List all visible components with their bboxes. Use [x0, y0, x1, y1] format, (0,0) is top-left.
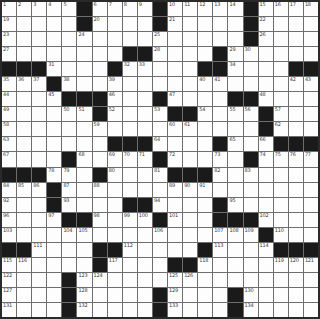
cell-r21c8[interactable]	[108, 303, 122, 317]
cell-r20c13[interactable]	[183, 288, 197, 302]
cell-r18c14[interactable]: 118	[198, 258, 212, 272]
cell-r18c6[interactable]	[77, 258, 91, 272]
cell-r8c14[interactable]: 54	[198, 107, 212, 121]
cell-r8c4[interactable]	[47, 107, 61, 121]
cell-r19c3[interactable]	[32, 273, 46, 287]
cell-r17c6[interactable]	[77, 243, 91, 257]
cell-r3c15[interactable]	[213, 32, 227, 46]
cell-r18c21[interactable]: 121	[304, 258, 318, 272]
cell-r7c4[interactable]: 45	[47, 92, 61, 106]
cell-r2c20[interactable]	[289, 17, 303, 31]
cell-r20c2[interactable]	[17, 288, 31, 302]
cell-r13c18[interactable]	[259, 183, 273, 197]
cell-r2c10[interactable]	[138, 17, 152, 31]
cell-r11c2[interactable]	[17, 152, 31, 166]
cell-r12c8[interactable]: 80	[108, 168, 122, 182]
cell-r9c4[interactable]	[47, 122, 61, 136]
cell-r21c9[interactable]	[123, 303, 137, 317]
cell-r16c7[interactable]	[93, 228, 107, 242]
cell-r21c6[interactable]: 132	[77, 303, 91, 317]
cell-r4c14[interactable]	[198, 47, 212, 61]
cell-r12c21[interactable]	[304, 168, 318, 182]
cell-r9c6[interactable]	[77, 122, 91, 136]
cell-r12c16[interactable]	[228, 168, 242, 182]
cell-r12c17[interactable]: 83	[244, 168, 258, 182]
cell-r15c7[interactable]: 98	[93, 213, 107, 227]
cell-r5c7[interactable]	[93, 62, 107, 76]
cell-r15c20[interactable]	[289, 213, 303, 227]
cell-r14c3[interactable]	[32, 198, 46, 212]
cell-r8c16[interactable]: 55	[228, 107, 242, 121]
cell-r14c17[interactable]	[244, 198, 258, 212]
cell-r17c4[interactable]	[47, 243, 61, 257]
cell-r13c3[interactable]: 86	[32, 183, 46, 197]
cell-r20c19[interactable]	[274, 288, 288, 302]
cell-r17c5[interactable]	[62, 243, 76, 257]
cell-r3c4[interactable]	[47, 32, 61, 46]
cell-r10c2[interactable]	[17, 137, 31, 151]
cell-r16c1[interactable]: 103	[2, 228, 16, 242]
cell-r11c1[interactable]: 67	[2, 152, 16, 166]
cell-r12c15[interactable]: 82	[213, 168, 227, 182]
cell-r6c12[interactable]	[168, 77, 182, 91]
cell-r7c20[interactable]	[289, 92, 303, 106]
cell-r3c7[interactable]	[93, 32, 107, 46]
cell-r4c18[interactable]	[259, 47, 273, 61]
cell-r3c2[interactable]	[17, 32, 31, 46]
cell-r6c11[interactable]	[153, 77, 167, 91]
cell-r3c16[interactable]	[228, 32, 242, 46]
cell-r3c5[interactable]	[62, 32, 76, 46]
cell-r21c15[interactable]	[213, 303, 227, 317]
cell-r1c14[interactable]: 12	[198, 2, 212, 16]
cell-r11c10[interactable]: 71	[138, 152, 152, 166]
cell-r11c4[interactable]	[47, 152, 61, 166]
cell-r7c1[interactable]: 44	[2, 92, 16, 106]
cell-r3c12[interactable]	[168, 32, 182, 46]
cell-r9c8[interactable]	[108, 122, 122, 136]
cell-r14c12[interactable]	[168, 198, 182, 212]
cell-r20c3[interactable]	[32, 288, 46, 302]
cell-r16c10[interactable]	[138, 228, 152, 242]
cell-r8c11[interactable]: 53	[153, 107, 167, 121]
cell-r6c8[interactable]: 39	[108, 77, 122, 91]
cell-r10c6[interactable]	[77, 137, 91, 151]
cell-r18c16[interactable]	[228, 258, 242, 272]
cell-r4c20[interactable]	[289, 47, 303, 61]
cell-r7c14[interactable]	[198, 92, 212, 106]
cell-r1c8[interactable]: 7	[108, 2, 122, 16]
cell-r1c4[interactable]: 4	[47, 2, 61, 16]
cell-r14c13[interactable]	[183, 198, 197, 212]
cell-r16c5[interactable]: 104	[62, 228, 76, 242]
cell-r13c9[interactable]	[123, 183, 137, 197]
cell-r17c3[interactable]: 111	[32, 243, 46, 257]
cell-r16c20[interactable]	[289, 228, 303, 242]
cell-r4c21[interactable]	[304, 47, 318, 61]
cell-r6c3[interactable]: 37	[32, 77, 46, 91]
cell-r14c14[interactable]	[198, 198, 212, 212]
cell-r2c7[interactable]: 20	[93, 17, 107, 31]
cell-r3c11[interactable]: 25	[153, 32, 167, 46]
cell-r12c18[interactable]	[259, 168, 273, 182]
cell-r20c1[interactable]: 127	[2, 288, 16, 302]
cell-r7c10[interactable]	[138, 92, 152, 106]
cell-r10c3[interactable]	[32, 137, 46, 151]
cell-r7c18[interactable]: 48	[259, 92, 273, 106]
cell-r17c9[interactable]: 112	[123, 243, 137, 257]
cell-r15c1[interactable]: 96	[2, 213, 16, 227]
cell-r4c11[interactable]: 28	[153, 47, 167, 61]
cell-r19c15[interactable]	[213, 273, 227, 287]
cell-r6c5[interactable]: 38	[62, 77, 76, 91]
cell-r18c3[interactable]	[32, 258, 46, 272]
cell-r1c12[interactable]: 10	[168, 2, 182, 16]
cell-r6c10[interactable]	[138, 77, 152, 91]
cell-r19c14[interactable]	[198, 273, 212, 287]
cell-r19c9[interactable]	[123, 273, 137, 287]
cell-r6c14[interactable]: 40	[198, 77, 212, 91]
cell-r12c19[interactable]	[274, 168, 288, 182]
cell-r16c13[interactable]	[183, 228, 197, 242]
cell-r15c13[interactable]	[183, 213, 197, 227]
cell-r3c13[interactable]	[183, 32, 197, 46]
cell-r9c7[interactable]: 59	[93, 122, 107, 136]
cell-r7c13[interactable]	[183, 92, 197, 106]
cell-r16c6[interactable]: 105	[77, 228, 91, 242]
cell-r2c2[interactable]	[17, 17, 31, 31]
cell-r11c18[interactable]: 74	[259, 152, 273, 166]
cell-r4c17[interactable]: 30	[244, 47, 258, 61]
cell-r4c4[interactable]	[47, 47, 61, 61]
cell-r2c5[interactable]	[62, 17, 76, 31]
cell-r14c6[interactable]	[77, 198, 91, 212]
cell-r20c18[interactable]	[259, 288, 273, 302]
cell-r14c18[interactable]	[259, 198, 273, 212]
cell-r13c19[interactable]	[274, 183, 288, 197]
cell-r6c21[interactable]: 43	[304, 77, 318, 91]
cell-r10c1[interactable]: 63	[2, 137, 16, 151]
cell-r12c4[interactable]: 78	[47, 168, 61, 182]
cell-r14c20[interactable]	[289, 198, 303, 212]
cell-r12c10[interactable]	[138, 168, 152, 182]
cell-r20c21[interactable]	[304, 288, 318, 302]
cell-r18c18[interactable]	[259, 258, 273, 272]
cell-r15c19[interactable]	[274, 213, 288, 227]
cell-r17c12[interactable]	[168, 243, 182, 257]
cell-r3c20[interactable]	[289, 32, 303, 46]
cell-r9c10[interactable]	[138, 122, 152, 136]
cell-r13c2[interactable]: 85	[17, 183, 31, 197]
cell-r14c16[interactable]: 95	[228, 198, 242, 212]
cell-r11c20[interactable]: 76	[289, 152, 303, 166]
cell-r6c7[interactable]	[93, 77, 107, 91]
cell-r16c12[interactable]	[168, 228, 182, 242]
cell-r16c9[interactable]	[123, 228, 137, 242]
cell-r13c8[interactable]	[108, 183, 122, 197]
cell-r21c7[interactable]	[93, 303, 107, 317]
cell-r14c8[interactable]	[108, 198, 122, 212]
cell-r19c18[interactable]	[259, 273, 273, 287]
cell-r19c11[interactable]	[153, 273, 167, 287]
cell-r7c2[interactable]	[17, 92, 31, 106]
cell-r12c6[interactable]	[77, 168, 91, 182]
cell-r11c3[interactable]	[32, 152, 46, 166]
cell-r9c15[interactable]	[213, 122, 227, 136]
cell-r9c9[interactable]	[123, 122, 137, 136]
cell-r1c10[interactable]: 9	[138, 2, 152, 16]
cell-r14c11[interactable]: 94	[153, 198, 167, 212]
cell-r20c7[interactable]	[93, 288, 107, 302]
cell-r13c15[interactable]	[213, 183, 227, 197]
cell-r8c19[interactable]: 57	[274, 107, 288, 121]
cell-r19c16[interactable]	[228, 273, 242, 287]
cell-r11c13[interactable]	[183, 152, 197, 166]
cell-r18c11[interactable]	[153, 258, 167, 272]
cell-r20c15[interactable]	[213, 288, 227, 302]
cell-r19c2[interactable]	[17, 273, 31, 287]
cell-r21c14[interactable]	[198, 303, 212, 317]
cell-r5c18[interactable]	[259, 62, 273, 76]
cell-r2c4[interactable]	[47, 17, 61, 31]
cell-r9c1[interactable]: 58	[2, 122, 16, 136]
cell-r11c21[interactable]: 77	[304, 152, 318, 166]
cell-r6c20[interactable]: 42	[289, 77, 303, 91]
cell-r20c14[interactable]	[198, 288, 212, 302]
cell-r5c13[interactable]	[183, 62, 197, 76]
cell-r1c2[interactable]: 2	[17, 2, 31, 16]
cell-r21c3[interactable]	[32, 303, 46, 317]
cell-r12c5[interactable]: 79	[62, 168, 76, 182]
cell-r13c12[interactable]: 89	[168, 183, 182, 197]
cell-r8c3[interactable]	[32, 107, 46, 121]
cell-r10c12[interactable]	[168, 137, 182, 151]
cell-r16c11[interactable]: 106	[153, 228, 167, 242]
cell-r8c6[interactable]: 51	[77, 107, 91, 121]
cell-r14c7[interactable]	[93, 198, 107, 212]
cell-r1c19[interactable]: 16	[274, 2, 288, 16]
cell-r15c8[interactable]	[108, 213, 122, 227]
cell-r18c9[interactable]	[123, 258, 137, 272]
cell-r1c5[interactable]: 5	[62, 2, 76, 16]
cell-r10c13[interactable]	[183, 137, 197, 151]
cell-r13c16[interactable]	[228, 183, 242, 197]
cell-r9c5[interactable]	[62, 122, 76, 136]
cell-r20c8[interactable]	[108, 288, 122, 302]
cell-r3c1[interactable]: 23	[2, 32, 16, 46]
cell-r4c3[interactable]	[32, 47, 46, 61]
cell-r19c13[interactable]: 126	[183, 273, 197, 287]
cell-r3c21[interactable]	[304, 32, 318, 46]
cell-r8c8[interactable]: 52	[108, 107, 122, 121]
cell-r4c8[interactable]	[108, 47, 122, 61]
cell-r15c10[interactable]: 100	[138, 213, 152, 227]
cell-r1c15[interactable]: 13	[213, 2, 227, 16]
cell-r3c6[interactable]: 24	[77, 32, 91, 46]
cell-r8c1[interactable]: 49	[2, 107, 16, 121]
cell-r20c12[interactable]: 129	[168, 288, 182, 302]
cell-r19c21[interactable]	[304, 273, 318, 287]
cell-r10c11[interactable]: 64	[153, 137, 167, 151]
cell-r7c8[interactable]: 46	[108, 92, 122, 106]
cell-r7c12[interactable]: 47	[168, 92, 182, 106]
cell-r13c5[interactable]: 87	[62, 183, 76, 197]
cell-r5c9[interactable]: 32	[123, 62, 137, 76]
cell-r11c9[interactable]: 70	[123, 152, 137, 166]
cell-r2c21[interactable]	[304, 17, 318, 31]
cell-r6c17[interactable]	[244, 77, 258, 91]
cell-r13c14[interactable]: 91	[198, 183, 212, 197]
cell-r8c2[interactable]	[17, 107, 31, 121]
cell-r20c9[interactable]	[123, 288, 137, 302]
cell-r1c1[interactable]: 1	[2, 2, 16, 16]
cell-r2c13[interactable]	[183, 17, 197, 31]
cell-r10c16[interactable]: 65	[228, 137, 242, 151]
cell-r17c10[interactable]	[138, 243, 152, 257]
cell-r11c8[interactable]: 69	[108, 152, 122, 166]
cell-r8c17[interactable]: 56	[244, 107, 258, 121]
cell-r16c17[interactable]: 109	[244, 228, 258, 242]
cell-r6c2[interactable]: 36	[17, 77, 31, 91]
cell-r9c13[interactable]: 61	[183, 122, 197, 136]
cell-r3c14[interactable]	[198, 32, 212, 46]
cell-r5c16[interactable]: 34	[228, 62, 242, 76]
cell-r11c16[interactable]	[228, 152, 242, 166]
cell-r11c19[interactable]: 75	[274, 152, 288, 166]
cell-r8c10[interactable]	[138, 107, 152, 121]
cell-r21c13[interactable]	[183, 303, 197, 317]
cell-r20c4[interactable]	[47, 288, 61, 302]
cell-r18c20[interactable]: 120	[289, 258, 303, 272]
cell-r19c19[interactable]	[274, 273, 288, 287]
cell-r18c19[interactable]: 119	[274, 258, 288, 272]
cell-r4c13[interactable]	[183, 47, 197, 61]
cell-r5c4[interactable]: 31	[47, 62, 61, 76]
cell-r16c19[interactable]: 110	[274, 228, 288, 242]
cell-r8c15[interactable]	[213, 107, 227, 121]
cell-r13c7[interactable]: 88	[93, 183, 107, 197]
cell-r1c3[interactable]: 3	[32, 2, 46, 16]
cell-r6c18[interactable]	[259, 77, 273, 91]
cell-r8c21[interactable]	[304, 107, 318, 121]
cell-r17c18[interactable]: 114	[259, 243, 273, 257]
cell-r15c14[interactable]	[198, 213, 212, 227]
cell-r17c13[interactable]	[183, 243, 197, 257]
cell-r15c12[interactable]: 101	[168, 213, 182, 227]
cell-r6c15[interactable]: 41	[213, 77, 227, 91]
cell-r5c17[interactable]	[244, 62, 258, 76]
cell-r4c6[interactable]	[77, 47, 91, 61]
cell-r17c11[interactable]	[153, 243, 167, 257]
cell-r9c11[interactable]	[153, 122, 167, 136]
cell-r18c5[interactable]	[62, 258, 76, 272]
cell-r11c14[interactable]	[198, 152, 212, 166]
cell-r19c20[interactable]	[289, 273, 303, 287]
cell-r6c13[interactable]	[183, 77, 197, 91]
cell-r6c6[interactable]	[77, 77, 91, 91]
cell-r11c7[interactable]	[93, 152, 107, 166]
cell-r21c10[interactable]	[138, 303, 152, 317]
cell-r9c21[interactable]	[304, 122, 318, 136]
cell-r21c4[interactable]	[47, 303, 61, 317]
cell-r14c19[interactable]	[274, 198, 288, 212]
cell-r16c16[interactable]: 108	[228, 228, 242, 242]
cell-r13c1[interactable]: 84	[2, 183, 16, 197]
cell-r19c4[interactable]	[47, 273, 61, 287]
cell-r4c2[interactable]	[17, 47, 31, 61]
cell-r2c12[interactable]: 21	[168, 17, 182, 31]
cell-r2c9[interactable]	[123, 17, 137, 31]
cell-r7c3[interactable]	[32, 92, 46, 106]
cell-r8c9[interactable]	[123, 107, 137, 121]
cell-r9c19[interactable]: 62	[274, 122, 288, 136]
cell-r3c9[interactable]	[123, 32, 137, 46]
cell-r1c7[interactable]: 6	[93, 2, 107, 16]
cell-r5c12[interactable]	[168, 62, 182, 76]
cell-r10c5[interactable]	[62, 137, 76, 151]
cell-r2c1[interactable]: 19	[2, 17, 16, 31]
cell-r15c21[interactable]	[304, 213, 318, 227]
cell-r3c19[interactable]	[274, 32, 288, 46]
cell-r1c16[interactable]: 14	[228, 2, 242, 16]
cell-r7c15[interactable]	[213, 92, 227, 106]
cell-r13c10[interactable]	[138, 183, 152, 197]
cell-r21c2[interactable]	[17, 303, 31, 317]
cell-r9c12[interactable]: 60	[168, 122, 182, 136]
cell-r3c8[interactable]	[108, 32, 122, 46]
cell-r21c19[interactable]	[274, 303, 288, 317]
cell-r21c1[interactable]: 131	[2, 303, 16, 317]
cell-r9c20[interactable]	[289, 122, 303, 136]
cell-r10c14[interactable]	[198, 137, 212, 151]
cell-r20c17[interactable]: 130	[244, 288, 258, 302]
cell-r12c20[interactable]	[289, 168, 303, 182]
cell-r5c6[interactable]	[77, 62, 91, 76]
cell-r1c21[interactable]: 18	[304, 2, 318, 16]
cell-r3c10[interactable]	[138, 32, 152, 46]
cell-r4c1[interactable]: 27	[2, 47, 16, 61]
cell-r11c12[interactable]: 72	[168, 152, 182, 166]
cell-r3c18[interactable]: 26	[259, 32, 273, 46]
cell-r1c9[interactable]: 8	[123, 2, 137, 16]
cell-r7c9[interactable]	[123, 92, 137, 106]
cell-r21c18[interactable]	[259, 303, 273, 317]
cell-r19c10[interactable]	[138, 273, 152, 287]
cell-r14c2[interactable]	[17, 198, 31, 212]
cell-r19c7[interactable]: 124	[93, 273, 107, 287]
cell-r16c3[interactable]	[32, 228, 46, 242]
cell-r18c4[interactable]	[47, 258, 61, 272]
cell-r16c14[interactable]	[198, 228, 212, 242]
cell-r6c16[interactable]	[228, 77, 242, 91]
cell-r6c1[interactable]: 35	[2, 77, 16, 91]
cell-r5c10[interactable]: 33	[138, 62, 152, 76]
cell-r17c17[interactable]	[244, 243, 258, 257]
cell-r5c19[interactable]	[274, 62, 288, 76]
cell-r10c7[interactable]	[93, 137, 107, 151]
cell-r21c20[interactable]	[289, 303, 303, 317]
cell-r13c20[interactable]	[289, 183, 303, 197]
cell-r18c15[interactable]	[213, 258, 227, 272]
cell-r18c1[interactable]: 115	[2, 258, 16, 272]
cell-r15c3[interactable]	[32, 213, 46, 227]
cell-r4c7[interactable]	[93, 47, 107, 61]
cell-r21c12[interactable]: 133	[168, 303, 182, 317]
cell-r13c6[interactable]	[77, 183, 91, 197]
cell-r12c9[interactable]	[123, 168, 137, 182]
cell-r9c14[interactable]	[198, 122, 212, 136]
cell-r13c13[interactable]: 90	[183, 183, 197, 197]
